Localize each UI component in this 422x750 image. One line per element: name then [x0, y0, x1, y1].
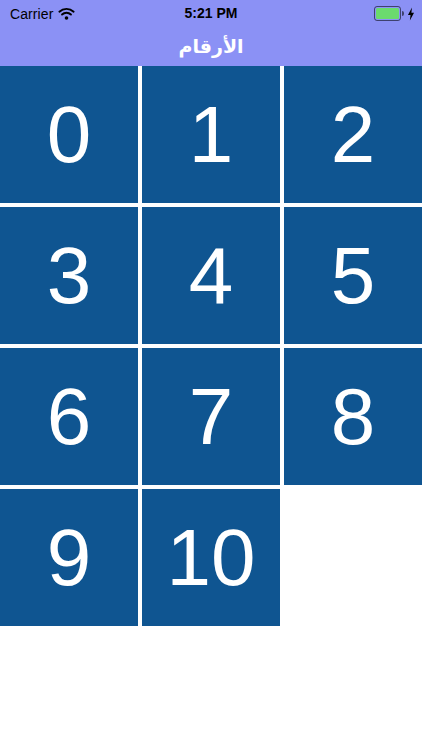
carrier-label: Carrier	[10, 6, 53, 22]
page-title: الأرقام	[0, 25, 422, 66]
status-right-group	[374, 6, 415, 21]
tile-4[interactable]: 4	[142, 207, 280, 344]
wifi-icon	[58, 7, 75, 20]
tile-9[interactable]: 9	[0, 489, 138, 626]
tile-0[interactable]: 0	[0, 66, 138, 203]
tile-1[interactable]: 1	[142, 66, 280, 203]
charging-bolt-icon	[407, 7, 415, 21]
battery-icon	[374, 6, 404, 21]
tile-6[interactable]: 6	[0, 348, 138, 485]
tile-7[interactable]: 7	[142, 348, 280, 485]
status-bar: Carrier 5:21 PM	[0, 0, 422, 25]
app-screen: Carrier 5:21 PM الأرقام 0 1	[0, 0, 422, 750]
tile-8[interactable]: 8	[284, 348, 422, 485]
tile-2[interactable]: 2	[284, 66, 422, 203]
navigation-bar: Carrier 5:21 PM الأرقام	[0, 0, 422, 66]
tile-10[interactable]: 10	[142, 489, 280, 626]
numbers-grid: 0 1 2 3 4 5 6 7 8 9 10	[0, 66, 422, 626]
tile-5[interactable]: 5	[284, 207, 422, 344]
tile-3[interactable]: 3	[0, 207, 138, 344]
status-left-group: Carrier	[10, 6, 75, 22]
